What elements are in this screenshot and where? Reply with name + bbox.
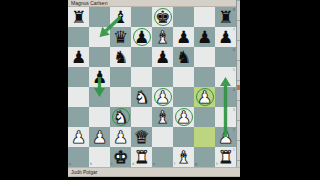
chess-board[interactable]: ♜♝♚8♜♛♟♝♟♟7♟♟♞♟♞6♟5♞♟♟4♞♝♟3♟♟♟♛2♟abc♚d♜e… — [68, 7, 236, 167]
black-queen-piece: ♛ — [110, 27, 131, 47]
rank-coordinate: 6 — [233, 48, 235, 52]
square-e5[interactable] — [152, 67, 173, 87]
square-h3[interactable]: 3 — [215, 107, 236, 127]
square-c6[interactable]: ♞ — [110, 47, 131, 67]
white-pawn-piece: ♟ — [215, 127, 236, 147]
square-d7[interactable]: ♟ — [131, 27, 152, 47]
square-f1[interactable]: f♝ — [173, 147, 194, 167]
square-e7[interactable]: ♝ — [152, 27, 173, 47]
square-c8[interactable]: ♝ — [110, 7, 131, 27]
square-d4[interactable]: ♞ — [131, 87, 152, 107]
square-f7[interactable]: ♟ — [173, 27, 194, 47]
square-e4[interactable]: ♟ — [152, 87, 173, 107]
square-f4[interactable] — [173, 87, 194, 107]
square-d2[interactable]: ♛ — [131, 127, 152, 147]
square-g1[interactable]: g — [194, 147, 215, 167]
square-d8[interactable] — [131, 7, 152, 27]
rank-coordinate: 3 — [233, 108, 235, 112]
square-f5[interactable] — [173, 67, 194, 87]
square-f3[interactable]: ♟ — [173, 107, 194, 127]
rank-coordinate: 4 — [233, 88, 235, 92]
square-a3[interactable] — [68, 107, 89, 127]
square-a1[interactable]: a — [68, 147, 89, 167]
square-e6[interactable]: ♟ — [152, 47, 173, 67]
black-rook-piece: ♜ — [215, 7, 236, 27]
square-h2[interactable]: 2♟ — [215, 127, 236, 147]
white-bishop-piece: ♝ — [152, 107, 173, 127]
square-f8[interactable] — [173, 7, 194, 27]
square-c1[interactable]: c♚ — [110, 147, 131, 167]
player-name-bottom: Judit Polgar — [68, 167, 240, 177]
square-f6[interactable]: ♞ — [173, 47, 194, 67]
black-pawn-piece: ♟ — [68, 47, 89, 67]
black-knight-piece: ♞ — [173, 47, 194, 67]
square-b1[interactable]: b — [89, 147, 110, 167]
player-name-bottom-label: Judit Polgar — [71, 169, 97, 175]
file-coordinate: e — [153, 162, 155, 166]
white-pawn-piece: ♟ — [68, 127, 89, 147]
square-b7[interactable] — [89, 27, 110, 47]
square-g3[interactable] — [194, 107, 215, 127]
square-g7[interactable]: ♟ — [194, 27, 215, 47]
square-e3[interactable]: ♝ — [152, 107, 173, 127]
white-knight-piece: ♞ — [131, 87, 152, 107]
square-g4[interactable]: ♟ — [194, 87, 215, 107]
white-pawn-piece: ♟ — [89, 127, 110, 147]
highlight-circle-icon — [196, 88, 214, 106]
square-a7[interactable] — [68, 27, 89, 47]
square-e2[interactable] — [152, 127, 173, 147]
square-f2[interactable] — [173, 127, 194, 147]
white-queen-piece: ♛ — [131, 127, 152, 147]
square-c5[interactable] — [110, 67, 131, 87]
square-e1[interactable]: e — [152, 147, 173, 167]
black-bishop-piece: ♝ — [110, 7, 131, 27]
black-pawn-piece: ♟ — [173, 27, 194, 47]
square-b4[interactable] — [89, 87, 110, 107]
black-pawn-piece: ♟ — [194, 27, 215, 47]
player-name-top: Magnus Carlsen — [68, 0, 240, 7]
square-d3[interactable] — [131, 107, 152, 127]
highlight-circle-icon — [175, 108, 193, 126]
white-king-piece: ♚ — [110, 147, 131, 167]
black-knight-piece: ♞ — [110, 47, 131, 67]
square-h5[interactable]: 5 — [215, 67, 236, 87]
square-g5[interactable] — [194, 67, 215, 87]
highlight-circle-icon — [133, 28, 151, 46]
highlight-circle-icon — [112, 108, 130, 126]
square-b5[interactable]: ♟ — [89, 67, 110, 87]
square-g2[interactable] — [194, 127, 215, 147]
square-g6[interactable] — [194, 47, 215, 67]
square-h8[interactable]: 8♜ — [215, 7, 236, 27]
file-coordinate: g — [195, 162, 197, 166]
square-h1[interactable]: h1♜ — [215, 147, 236, 167]
white-bishop-piece: ♝ — [173, 147, 194, 167]
file-coordinate: a — [69, 162, 71, 166]
square-b2[interactable]: ♟ — [89, 127, 110, 147]
scrollbar-marker — [237, 85, 240, 90]
black-rook-piece: ♜ — [68, 7, 89, 27]
file-coordinate: b — [90, 162, 92, 166]
player-name-top-label: Magnus Carlsen — [71, 0, 107, 6]
square-c4[interactable] — [110, 87, 131, 107]
highlight-circle-icon — [154, 8, 172, 26]
square-d6[interactable] — [131, 47, 152, 67]
square-g8[interactable] — [194, 7, 215, 27]
white-pawn-piece: ♟ — [110, 127, 131, 147]
square-b3[interactable] — [89, 107, 110, 127]
square-a2[interactable]: ♟ — [68, 127, 89, 147]
white-rook-piece: ♜ — [131, 147, 152, 167]
square-b6[interactable] — [89, 47, 110, 67]
square-a5[interactable] — [68, 67, 89, 87]
square-a4[interactable] — [68, 87, 89, 107]
rank-coordinate: 5 — [233, 68, 235, 72]
square-a8[interactable]: ♜ — [68, 7, 89, 27]
highlight-circle-icon — [154, 88, 172, 106]
square-d5[interactable] — [131, 67, 152, 87]
white-rook-piece: ♜ — [215, 147, 236, 167]
square-a6[interactable]: ♟ — [68, 47, 89, 67]
square-h7[interactable]: 7♟ — [215, 27, 236, 47]
black-pawn-piece: ♟ — [152, 47, 173, 67]
square-h4[interactable]: 4 — [215, 87, 236, 107]
white-bishop-piece: ♝ — [152, 27, 173, 47]
square-h6[interactable]: 6 — [215, 47, 236, 67]
square-c2[interactable]: ♟ — [110, 127, 131, 147]
square-c7[interactable]: ♛ — [110, 27, 131, 47]
square-b8[interactable] — [89, 7, 110, 27]
black-pawn-piece: ♟ — [89, 67, 110, 87]
square-e8[interactable]: ♚ — [152, 7, 173, 27]
square-d1[interactable]: d♜ — [131, 147, 152, 167]
black-pawn-piece: ♟ — [215, 27, 236, 47]
square-c3[interactable]: ♞ — [110, 107, 131, 127]
